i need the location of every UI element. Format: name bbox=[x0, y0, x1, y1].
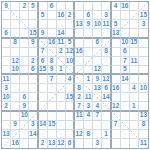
cell-r12c8[interactable] bbox=[66, 102, 75, 111]
cell-r2c9[interactable] bbox=[75, 11, 84, 20]
cell-r1c1[interactable]: 9 bbox=[2, 2, 11, 11]
cell-r2c12[interactable]: 3 bbox=[102, 11, 111, 20]
cell-r12c4[interactable] bbox=[29, 102, 38, 111]
cell-r10c10[interactable] bbox=[84, 84, 93, 93]
cell-r5c14[interactable]: 10 bbox=[121, 39, 130, 48]
cell-r16c3[interactable] bbox=[20, 139, 29, 148]
cell-r4c15[interactable] bbox=[130, 29, 139, 38]
cell-r3c12[interactable]: 11 bbox=[102, 20, 111, 29]
cell-r15c4[interactable]: 14 bbox=[29, 130, 38, 139]
cell-r8c11[interactable]: 12 bbox=[93, 66, 102, 75]
cell-r11c6[interactable] bbox=[48, 93, 57, 102]
cell-r10c7[interactable] bbox=[57, 84, 66, 93]
cell-r1c9[interactable] bbox=[75, 2, 84, 11]
cell-r4c2[interactable] bbox=[11, 29, 20, 38]
cell-r12c9[interactable]: 7 bbox=[75, 102, 84, 111]
cell-r2c8[interactable]: 2 bbox=[66, 11, 75, 20]
cell-r16c10[interactable] bbox=[84, 139, 93, 148]
cell-r8c10[interactable] bbox=[84, 66, 93, 75]
cell-r12c10[interactable]: 3 bbox=[84, 102, 93, 111]
cell-r9c10[interactable]: 1 bbox=[84, 75, 93, 84]
cell-r15c13[interactable] bbox=[112, 130, 121, 139]
cell-r11c15[interactable] bbox=[130, 93, 139, 102]
cell-r13c13[interactable] bbox=[112, 112, 121, 121]
cell-r11c14[interactable] bbox=[121, 93, 130, 102]
cell-r4c5[interactable]: 9 bbox=[39, 29, 48, 38]
cell-r2c2[interactable] bbox=[11, 11, 20, 20]
cell-r4c7[interactable]: 14 bbox=[57, 29, 66, 38]
cell-r5c11[interactable]: 6 bbox=[93, 39, 102, 48]
cell-r16c1[interactable] bbox=[2, 139, 11, 148]
cell-r12c1[interactable]: 2 bbox=[2, 102, 11, 111]
cell-r15c7[interactable] bbox=[57, 130, 66, 139]
cell-r12c7[interactable] bbox=[57, 102, 66, 111]
cell-r4c3[interactable] bbox=[20, 29, 29, 38]
cell-r8c2[interactable]: 10 bbox=[11, 66, 20, 75]
cell-r14c11[interactable] bbox=[93, 121, 102, 130]
cell-r13c7[interactable] bbox=[57, 112, 66, 121]
cell-r11c4[interactable] bbox=[29, 93, 38, 102]
cell-r12c16[interactable] bbox=[139, 102, 148, 111]
cell-r14c7[interactable] bbox=[57, 121, 66, 130]
cell-r13c4[interactable] bbox=[29, 112, 38, 121]
cell-r6c3[interactable] bbox=[20, 48, 29, 57]
cell-r6c4[interactable] bbox=[29, 48, 38, 57]
cell-r2c3[interactable] bbox=[20, 11, 29, 20]
cell-r7c3[interactable] bbox=[20, 57, 29, 66]
cell-r9c9[interactable] bbox=[75, 75, 84, 84]
cell-r11c5[interactable] bbox=[39, 93, 48, 102]
cell-r13c5[interactable] bbox=[39, 112, 48, 121]
cell-r8c16[interactable] bbox=[139, 66, 148, 75]
cell-r16c12[interactable] bbox=[102, 139, 111, 148]
cell-r15c5[interactable] bbox=[39, 130, 48, 139]
cell-r6c10[interactable] bbox=[84, 48, 93, 57]
cell-r2c16[interactable]: 15 bbox=[139, 11, 148, 20]
cell-r15c2[interactable] bbox=[11, 130, 20, 139]
cell-r13c1[interactable] bbox=[2, 112, 11, 121]
cell-r2c7[interactable]: 16 bbox=[57, 11, 66, 20]
cell-r13c16[interactable]: 13 bbox=[139, 112, 148, 121]
cell-r5c8[interactable]: 5 bbox=[66, 39, 75, 48]
cell-r15c1[interactable]: 13 bbox=[2, 130, 11, 139]
cell-r1c10[interactable] bbox=[84, 2, 93, 11]
cell-r2c10[interactable]: 6 bbox=[84, 11, 93, 20]
cell-r10c4[interactable] bbox=[29, 84, 38, 93]
cell-r13c6[interactable] bbox=[48, 112, 57, 121]
cell-r1c11[interactable] bbox=[93, 2, 102, 11]
cell-r3c15[interactable] bbox=[130, 20, 139, 29]
cell-r5c10[interactable] bbox=[84, 39, 93, 48]
cell-r13c3[interactable]: 10 bbox=[20, 112, 29, 121]
cell-r4c13[interactable]: 13 bbox=[112, 29, 121, 38]
cell-r5c13[interactable] bbox=[112, 39, 121, 48]
cell-r6c2[interactable] bbox=[11, 48, 20, 57]
cell-r6c8[interactable]: 12 bbox=[66, 48, 75, 57]
cell-r13c9[interactable]: 11 bbox=[75, 112, 84, 121]
cell-r15c6[interactable] bbox=[48, 130, 57, 139]
cell-r14c2[interactable]: 9 bbox=[11, 121, 20, 130]
cell-r16c9[interactable] bbox=[75, 139, 84, 148]
cell-r12c15[interactable]: 1 bbox=[130, 102, 139, 111]
cell-r14c5[interactable]: 14 bbox=[39, 121, 48, 130]
cell-r6c6[interactable] bbox=[48, 48, 57, 57]
cell-r8c1[interactable] bbox=[2, 66, 11, 75]
cell-r16c13[interactable] bbox=[112, 139, 121, 148]
cell-r13c2[interactable] bbox=[11, 112, 20, 121]
cell-r9c8[interactable]: 4 bbox=[66, 75, 75, 84]
cell-r7c16[interactable] bbox=[139, 57, 148, 66]
cell-r4c8[interactable] bbox=[66, 29, 75, 38]
cell-r3c10[interactable]: 9 bbox=[84, 20, 93, 29]
cell-r14c1[interactable] bbox=[2, 121, 11, 130]
cell-r11c8[interactable]: 15 bbox=[66, 93, 75, 102]
cell-r5c1[interactable] bbox=[2, 39, 11, 48]
cell-r2c15[interactable] bbox=[130, 11, 139, 20]
cell-r4c11[interactable] bbox=[93, 29, 102, 38]
cell-r5c5[interactable] bbox=[39, 39, 48, 48]
cell-r9c15[interactable] bbox=[130, 75, 139, 84]
cell-r8c6[interactable]: 9 bbox=[48, 66, 57, 75]
cell-r10c3[interactable] bbox=[20, 84, 29, 93]
cell-r13c12[interactable] bbox=[102, 112, 111, 121]
cell-r3c3[interactable] bbox=[20, 20, 29, 29]
cell-r3c5[interactable] bbox=[39, 20, 48, 29]
cell-r7c13[interactable] bbox=[112, 57, 121, 66]
cell-r5c4[interactable]: 9 bbox=[29, 39, 38, 48]
cell-r3c16[interactable]: 3 bbox=[139, 20, 148, 29]
cell-r8c3[interactable] bbox=[20, 66, 29, 75]
cell-r14c15[interactable] bbox=[130, 121, 139, 130]
cell-r3c1[interactable] bbox=[2, 20, 11, 29]
cell-r2c5[interactable]: 5 bbox=[39, 11, 48, 20]
cell-r2c6[interactable] bbox=[48, 11, 57, 20]
cell-r7c12[interactable] bbox=[102, 57, 111, 66]
cell-r16c6[interactable]: 13 bbox=[48, 139, 57, 148]
cell-r11c1[interactable]: 10 bbox=[2, 93, 11, 102]
cell-r4c16[interactable] bbox=[139, 29, 148, 38]
cell-r14c6[interactable]: 15 bbox=[48, 121, 57, 130]
cell-r10c9[interactable]: 8 bbox=[75, 84, 84, 93]
cell-r10c11[interactable]: 13 bbox=[93, 84, 102, 93]
cell-r2c4[interactable] bbox=[29, 11, 38, 20]
sudoku-board: 9256416516263151391011536159141389161156… bbox=[1, 1, 149, 149]
cell-r9c16[interactable] bbox=[139, 75, 148, 84]
cell-r16c2[interactable]: 16 bbox=[11, 139, 20, 148]
cell-r9c3[interactable] bbox=[20, 75, 29, 84]
cell-r7c8[interactable]: 10 bbox=[66, 57, 75, 66]
cell-r9c1[interactable]: 11 bbox=[2, 75, 11, 84]
cell-r15c15[interactable] bbox=[130, 130, 139, 139]
cell-r11c10[interactable]: 11 bbox=[84, 93, 93, 102]
cell-r10c12[interactable]: 6 bbox=[102, 84, 111, 93]
cell-r12c5[interactable] bbox=[39, 102, 48, 111]
cell-r12c2[interactable] bbox=[11, 102, 20, 111]
cell-r1c14[interactable]: 16 bbox=[121, 2, 130, 11]
cell-r6c1[interactable] bbox=[2, 48, 11, 57]
cell-r8c5[interactable]: 15 bbox=[39, 66, 48, 75]
cell-r16c7[interactable]: 12 bbox=[57, 139, 66, 148]
cell-r9c12[interactable]: 12 bbox=[102, 75, 111, 84]
cell-r9c5[interactable] bbox=[39, 75, 48, 84]
cell-r1c8[interactable] bbox=[66, 2, 75, 11]
cell-r8c12[interactable] bbox=[102, 66, 111, 75]
cell-r10c6[interactable] bbox=[48, 84, 57, 93]
cell-r14c9[interactable] bbox=[75, 121, 84, 130]
cell-r1c5[interactable] bbox=[39, 2, 48, 11]
cell-r12c11[interactable]: 4 bbox=[93, 102, 102, 111]
cell-r12c3[interactable]: 9 bbox=[20, 102, 29, 111]
cell-r4c12[interactable] bbox=[102, 29, 111, 38]
cell-r10c1[interactable]: 3 bbox=[2, 84, 11, 93]
cell-r4c9[interactable] bbox=[75, 29, 84, 38]
cell-r3c7[interactable] bbox=[57, 20, 66, 29]
cell-r15c16[interactable] bbox=[139, 130, 148, 139]
cell-r12c13[interactable]: 12 bbox=[112, 102, 121, 111]
cell-r10c15[interactable]: 4 bbox=[130, 84, 139, 93]
cell-r6c11[interactable] bbox=[93, 48, 102, 57]
cell-r12c14[interactable] bbox=[121, 102, 130, 111]
cell-r3c4[interactable] bbox=[29, 20, 38, 29]
cell-r6c7[interactable]: 2 bbox=[57, 48, 66, 57]
cell-r2c1[interactable] bbox=[2, 11, 11, 20]
cell-r4c1[interactable]: 6 bbox=[2, 29, 11, 38]
cell-r13c15[interactable] bbox=[130, 112, 139, 121]
cell-r3c11[interactable]: 10 bbox=[93, 20, 102, 29]
cell-r1c13[interactable]: 4 bbox=[112, 2, 121, 11]
cell-r14c4[interactable]: 3 bbox=[29, 121, 38, 130]
cell-r6c16[interactable] bbox=[139, 48, 148, 57]
cell-r11c11[interactable] bbox=[93, 93, 102, 102]
cell-r11c12[interactable]: 14 bbox=[102, 93, 111, 102]
cell-r1c16[interactable] bbox=[139, 2, 148, 11]
cell-r15c12[interactable]: 1 bbox=[102, 130, 111, 139]
cell-r2c11[interactable] bbox=[93, 11, 102, 20]
cell-r13c14[interactable] bbox=[121, 112, 130, 121]
cell-r14c14[interactable] bbox=[121, 121, 130, 130]
cell-r12c12[interactable] bbox=[102, 102, 111, 111]
cell-r1c2[interactable] bbox=[11, 2, 20, 11]
cell-r1c3[interactable]: 2 bbox=[20, 2, 29, 11]
cell-r16c11[interactable]: 3 bbox=[93, 139, 102, 148]
cell-r15c3[interactable] bbox=[20, 130, 29, 139]
cell-r6c13[interactable] bbox=[112, 48, 121, 57]
cell-r11c2[interactable] bbox=[11, 93, 20, 102]
cell-r3c13[interactable]: 5 bbox=[112, 20, 121, 29]
cell-r11c7[interactable] bbox=[57, 93, 66, 102]
cell-r8c4[interactable]: 6 bbox=[29, 66, 38, 75]
cell-r7c9[interactable] bbox=[75, 57, 84, 66]
cell-r5c2[interactable]: 8 bbox=[11, 39, 20, 48]
cell-r3c9[interactable]: 13 bbox=[75, 20, 84, 29]
cell-r14c8[interactable] bbox=[66, 121, 75, 130]
cell-r15c9[interactable]: 12 bbox=[75, 130, 84, 139]
cell-r8c7[interactable]: 1 bbox=[57, 66, 66, 75]
cell-r4c6[interactable] bbox=[48, 29, 57, 38]
cell-r9c11[interactable]: 9 bbox=[93, 75, 102, 84]
cell-r13c10[interactable]: 4 bbox=[84, 112, 93, 121]
cell-r3c8[interactable] bbox=[66, 20, 75, 29]
cell-r9c6[interactable]: 7 bbox=[48, 75, 57, 84]
cell-r15c11[interactable] bbox=[93, 130, 102, 139]
cell-r9c7[interactable] bbox=[57, 75, 66, 84]
cell-r6c5[interactable]: 7 bbox=[39, 48, 48, 57]
cell-r10c16[interactable]: 10 bbox=[139, 84, 148, 93]
cell-r5c9[interactable] bbox=[75, 39, 84, 48]
cell-r11c13[interactable] bbox=[112, 93, 121, 102]
cell-r3c14[interactable] bbox=[121, 20, 130, 29]
cell-r15c14[interactable] bbox=[121, 130, 130, 139]
cell-r1c4[interactable]: 5 bbox=[29, 2, 38, 11]
cell-r1c15[interactable] bbox=[130, 2, 139, 11]
cell-r9c13[interactable] bbox=[112, 75, 121, 84]
cell-r16c14[interactable] bbox=[121, 139, 130, 148]
cell-r8c8[interactable] bbox=[66, 66, 75, 75]
cell-r10c13[interactable]: 16 bbox=[112, 84, 121, 93]
cell-r14c13[interactable]: 7 bbox=[112, 121, 121, 130]
cell-r9c14[interactable]: 14 bbox=[121, 75, 130, 84]
cell-r10c2[interactable] bbox=[11, 84, 20, 93]
cell-r2c13[interactable] bbox=[112, 11, 121, 20]
cell-r16c8[interactable]: 6 bbox=[66, 139, 75, 148]
cell-r8c15[interactable] bbox=[130, 66, 139, 75]
screenshot-stage: 9256416516263151391011536159141389161156… bbox=[0, 0, 150, 150]
cell-r4c10[interactable] bbox=[84, 29, 93, 38]
cell-r2c14[interactable] bbox=[121, 11, 130, 20]
cell-r14c3[interactable] bbox=[20, 121, 29, 130]
cell-r12c6[interactable] bbox=[48, 102, 57, 111]
cell-r8c14[interactable]: 5 bbox=[121, 66, 130, 75]
cell-r5c7[interactable]: 11 bbox=[57, 39, 66, 48]
cell-r6c12[interactable]: 8 bbox=[102, 48, 111, 57]
cell-r16c5[interactable]: 2 bbox=[39, 139, 48, 148]
cell-r1c6[interactable]: 6 bbox=[48, 2, 57, 11]
cell-r7c15[interactable]: 11 bbox=[130, 57, 139, 66]
cell-r4c4[interactable]: 15 bbox=[29, 29, 38, 38]
cell-r1c7[interactable] bbox=[57, 2, 66, 11]
cell-r9c2[interactable] bbox=[11, 75, 20, 84]
cell-r15c8[interactable] bbox=[66, 130, 75, 139]
cell-r14c10[interactable] bbox=[84, 121, 93, 130]
cell-r7c10[interactable] bbox=[84, 57, 93, 66]
cell-r15c10[interactable]: 8 bbox=[84, 130, 93, 139]
cell-r8c13[interactable] bbox=[112, 66, 121, 75]
cell-r16c4[interactable] bbox=[29, 139, 38, 148]
cell-r14c16[interactable]: 8 bbox=[139, 121, 148, 130]
cell-r1c12[interactable] bbox=[102, 2, 111, 11]
cell-r7c1[interactable] bbox=[2, 57, 11, 66]
cell-r6c14[interactable]: 6 bbox=[121, 48, 130, 57]
cell-r3c2[interactable] bbox=[11, 20, 20, 29]
cell-r10c5[interactable] bbox=[39, 84, 48, 93]
cell-r6c9[interactable]: 16 bbox=[75, 48, 84, 57]
cell-r16c15[interactable] bbox=[130, 139, 139, 148]
cell-r14c12[interactable] bbox=[102, 121, 111, 130]
cell-r6c15[interactable] bbox=[130, 48, 139, 57]
cell-r10c14[interactable] bbox=[121, 84, 130, 93]
cell-r13c8[interactable] bbox=[66, 112, 75, 121]
cell-r9c4[interactable] bbox=[29, 75, 38, 84]
cell-r5c3[interactable] bbox=[20, 39, 29, 48]
cell-r5c12[interactable] bbox=[102, 39, 111, 48]
cell-r5c16[interactable] bbox=[139, 39, 148, 48]
cell-r11c16[interactable] bbox=[139, 93, 148, 102]
cell-r16c16[interactable]: 11 bbox=[139, 139, 148, 148]
cell-r11c9[interactable]: 2 bbox=[75, 93, 84, 102]
cell-r4c14[interactable] bbox=[121, 29, 130, 38]
cell-r8c9[interactable] bbox=[75, 66, 84, 75]
cell-r5c15[interactable]: 15 bbox=[130, 39, 139, 48]
cell-r3c6[interactable] bbox=[48, 20, 57, 29]
cell-r13c11[interactable]: 7 bbox=[93, 112, 102, 121]
cell-r10c8[interactable] bbox=[66, 84, 75, 93]
cell-r11c3[interactable]: 6 bbox=[20, 93, 29, 102]
cell-r5c6[interactable]: 16 bbox=[48, 39, 57, 48]
